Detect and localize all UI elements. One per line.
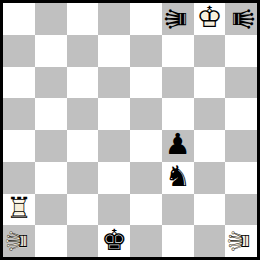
square-e8 xyxy=(130,3,162,35)
white-queen-icon: ♕ xyxy=(3,228,32,254)
square-h2 xyxy=(225,194,257,226)
black-king: ♚ xyxy=(98,225,130,257)
black-queen-icon: ♛ xyxy=(228,6,257,32)
square-a7 xyxy=(3,35,35,67)
black-knight-icon: ♞ xyxy=(165,162,191,191)
square-a8 xyxy=(3,3,35,35)
square-e4 xyxy=(130,130,162,162)
square-g1 xyxy=(194,225,226,257)
square-h8: ♛ xyxy=(225,3,257,35)
square-c5 xyxy=(67,98,99,130)
board-frame: ♛♚♔♛♟♞♜♖♛♕♚♛♕ xyxy=(0,0,260,260)
square-e1 xyxy=(130,225,162,257)
white-queen-rotated: ♛♕ xyxy=(225,225,257,257)
square-d7 xyxy=(98,35,130,67)
square-b5 xyxy=(35,98,67,130)
black-queen-rotated: ♛ xyxy=(162,3,194,35)
square-a5 xyxy=(3,98,35,130)
square-h6 xyxy=(225,67,257,99)
square-c3 xyxy=(67,162,99,194)
square-h5 xyxy=(225,98,257,130)
square-d6 xyxy=(98,67,130,99)
square-f4: ♟ xyxy=(162,130,194,162)
white-king: ♚♔ xyxy=(194,3,226,35)
black-knight: ♞ xyxy=(162,162,194,194)
square-b6 xyxy=(35,67,67,99)
square-d3 xyxy=(98,162,130,194)
square-e5 xyxy=(130,98,162,130)
square-h1: ♛♕ xyxy=(225,225,257,257)
square-b2 xyxy=(35,194,67,226)
square-d1: ♚ xyxy=(98,225,130,257)
square-d2 xyxy=(98,194,130,226)
black-pawn-icon: ♟ xyxy=(165,130,191,159)
square-h7 xyxy=(225,35,257,67)
square-e6 xyxy=(130,67,162,99)
black-king-icon: ♚ xyxy=(101,226,127,255)
square-f5 xyxy=(162,98,194,130)
square-e7 xyxy=(130,35,162,67)
square-h3 xyxy=(225,162,257,194)
black-pawn: ♟ xyxy=(162,130,194,162)
white-king-icon: ♔ xyxy=(196,3,222,32)
square-f8: ♛ xyxy=(162,3,194,35)
square-b8 xyxy=(35,3,67,35)
square-b4 xyxy=(35,130,67,162)
white-queen-icon: ♕ xyxy=(226,228,255,254)
square-h4 xyxy=(225,130,257,162)
black-queen-icon: ♛ xyxy=(162,6,191,32)
square-e3 xyxy=(130,162,162,194)
square-a1: ♛♕ xyxy=(3,225,35,257)
square-g3 xyxy=(194,162,226,194)
square-e2 xyxy=(130,194,162,226)
square-f3: ♞ xyxy=(162,162,194,194)
square-c4 xyxy=(67,130,99,162)
square-g8: ♚♔ xyxy=(194,3,226,35)
square-c8 xyxy=(67,3,99,35)
black-queen-rotated: ♛ xyxy=(225,3,257,35)
square-f1 xyxy=(162,225,194,257)
white-queen-rotated: ♛♕ xyxy=(3,225,35,257)
square-b1 xyxy=(35,225,67,257)
square-g2 xyxy=(194,194,226,226)
square-c6 xyxy=(67,67,99,99)
square-g5 xyxy=(194,98,226,130)
square-a2: ♜♖ xyxy=(3,194,35,226)
square-b7 xyxy=(35,35,67,67)
square-g7 xyxy=(194,35,226,67)
square-g4 xyxy=(194,130,226,162)
square-a6 xyxy=(3,67,35,99)
square-c2 xyxy=(67,194,99,226)
square-f2 xyxy=(162,194,194,226)
square-d8 xyxy=(98,3,130,35)
square-f6 xyxy=(162,67,194,99)
chess-board: ♛♚♔♛♟♞♜♖♛♕♚♛♕ xyxy=(3,3,257,257)
square-d5 xyxy=(98,98,130,130)
white-rook-icon: ♖ xyxy=(6,194,32,223)
square-a3 xyxy=(3,162,35,194)
white-rook: ♜♖ xyxy=(3,194,35,226)
square-b3 xyxy=(35,162,67,194)
square-c7 xyxy=(67,35,99,67)
square-f7 xyxy=(162,35,194,67)
square-d4 xyxy=(98,130,130,162)
square-c1 xyxy=(67,225,99,257)
square-g6 xyxy=(194,67,226,99)
square-a4 xyxy=(3,130,35,162)
